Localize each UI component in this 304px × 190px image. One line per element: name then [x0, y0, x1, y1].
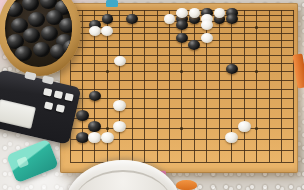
bowl-black-stone: [28, 12, 45, 27]
white-stone: [101, 132, 114, 143]
teal-eraser: [6, 139, 59, 184]
grid-line-horizontal: [70, 55, 295, 56]
grid-line-horizontal: [70, 47, 295, 48]
bowl-black-stone: [59, 18, 72, 33]
bowl-black-stone: [15, 46, 32, 61]
clock-lcd-display: [0, 99, 36, 129]
white-stone: [89, 26, 101, 36]
white-stone: [201, 20, 213, 30]
hoshi-point: [106, 70, 109, 73]
bowl-black-stone: [22, 0, 39, 11]
clock-player-button: [42, 75, 54, 84]
white-stone: [101, 26, 113, 36]
lid-rim: [72, 170, 173, 190]
bowl-black-stone: [33, 42, 50, 57]
eraser-label-mark: [16, 156, 29, 168]
bowl-black-stone: [6, 2, 23, 17]
hoshi-point: [255, 26, 258, 29]
grid-line-horizontal: [70, 118, 295, 119]
clock-player-button: [24, 71, 36, 80]
black-stone: [176, 33, 188, 43]
hoshi-point: [106, 127, 109, 130]
white-stone: [164, 14, 176, 24]
white-stone: [113, 100, 126, 111]
grid-line-horizontal: [70, 80, 295, 81]
bowl-interior: [5, 0, 72, 67]
black-stone: [188, 40, 200, 50]
blue-edge-sticker: [106, 0, 118, 7]
black-stone: [76, 132, 89, 143]
white-stone: [201, 33, 213, 43]
black-stone: [226, 64, 238, 74]
black-stone: [76, 110, 89, 121]
clock-button: [56, 104, 65, 113]
table-scene: [0, 0, 304, 190]
white-stone: [214, 8, 226, 18]
clock-button: [64, 93, 73, 102]
black-stone: [226, 14, 238, 24]
white-stone: [88, 132, 101, 143]
grid-line-horizontal: [70, 150, 295, 151]
clock-button: [44, 101, 53, 110]
white-stone: [225, 132, 238, 143]
white-stone: [113, 121, 126, 132]
black-stone: [102, 14, 114, 24]
orange-object-bottom: [176, 180, 197, 190]
clock-button: [43, 88, 52, 97]
grid-line-horizontal: [70, 98, 295, 99]
clock-button: [54, 90, 63, 99]
grid-line-horizontal: [70, 108, 295, 109]
white-stone: [114, 56, 126, 66]
hoshi-point: [255, 127, 258, 130]
bowl-black-stone: [23, 28, 40, 43]
hoshi-point: [255, 70, 258, 73]
white-stone: [238, 121, 251, 132]
grid-line-horizontal: [70, 63, 295, 64]
black-stone: [126, 14, 138, 24]
go-board: [60, 3, 298, 173]
black-stone: [89, 91, 102, 102]
white-stone: [176, 8, 188, 18]
black-stone: [88, 121, 101, 132]
black-stone: [176, 20, 188, 30]
grid-line-horizontal: [70, 89, 295, 90]
